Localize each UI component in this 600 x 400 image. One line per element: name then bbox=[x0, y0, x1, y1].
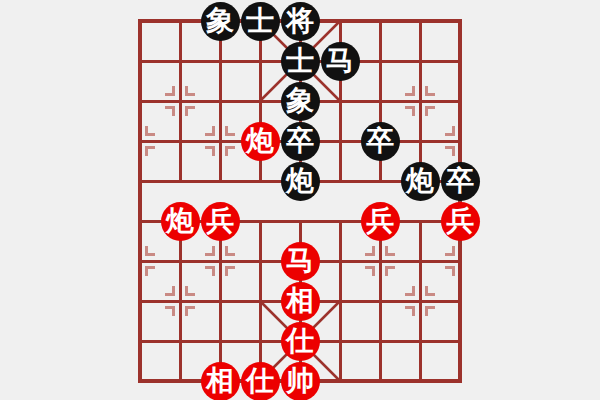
xiangqi-board: 象士将士马象炮卒卒炮炮卒炮兵兵兵马相仕相仕帅 bbox=[0, 0, 600, 400]
file-line bbox=[219, 220, 222, 383]
point-marker bbox=[205, 126, 215, 136]
red-advisor-piece[interactable]: 仕 bbox=[281, 322, 320, 361]
point-marker bbox=[185, 306, 195, 316]
file-line bbox=[138, 19, 142, 383]
black-advisor-piece[interactable]: 士 bbox=[241, 2, 280, 41]
red-cannon-piece[interactable]: 炮 bbox=[241, 122, 280, 161]
red-soldier-piece[interactable]: 兵 bbox=[201, 202, 240, 241]
red-soldier-piece[interactable]: 兵 bbox=[441, 202, 480, 241]
point-marker bbox=[425, 86, 435, 96]
red-cannon-piece[interactable]: 炮 bbox=[161, 202, 200, 241]
black-cannon-piece[interactable]: 炮 bbox=[281, 162, 320, 201]
black-elephant-piece[interactable]: 象 bbox=[281, 82, 320, 121]
point-marker bbox=[145, 146, 155, 156]
point-marker bbox=[365, 266, 375, 276]
point-marker bbox=[405, 86, 415, 96]
file-line bbox=[339, 220, 342, 383]
point-marker bbox=[165, 106, 175, 116]
red-horse-piece[interactable]: 马 bbox=[281, 242, 320, 281]
point-marker bbox=[425, 286, 435, 296]
file-line bbox=[419, 20, 422, 183]
point-marker bbox=[365, 246, 375, 256]
red-elephant-piece[interactable]: 相 bbox=[201, 362, 240, 400]
black-soldier-piece[interactable]: 卒 bbox=[441, 162, 480, 201]
file-line bbox=[379, 220, 382, 383]
red-general-piece[interactable]: 帅 bbox=[281, 362, 320, 400]
file-line bbox=[179, 220, 182, 383]
file-line bbox=[419, 220, 422, 383]
point-marker bbox=[445, 246, 455, 256]
black-advisor-piece[interactable]: 士 bbox=[281, 42, 320, 81]
black-horse-piece[interactable]: 马 bbox=[321, 42, 360, 81]
point-marker bbox=[165, 286, 175, 296]
point-marker bbox=[185, 286, 195, 296]
file-line bbox=[219, 20, 222, 183]
point-marker bbox=[225, 246, 235, 256]
point-marker bbox=[145, 246, 155, 256]
point-marker bbox=[165, 306, 175, 316]
point-marker bbox=[405, 286, 415, 296]
red-elephant-piece[interactable]: 相 bbox=[281, 282, 320, 321]
point-marker bbox=[185, 106, 195, 116]
point-marker bbox=[205, 246, 215, 256]
point-marker bbox=[145, 266, 155, 276]
point-marker bbox=[385, 266, 395, 276]
red-soldier-piece[interactable]: 兵 bbox=[361, 202, 400, 241]
point-marker bbox=[165, 86, 175, 96]
point-marker bbox=[445, 146, 455, 156]
point-marker bbox=[145, 126, 155, 136]
point-marker bbox=[225, 146, 235, 156]
point-marker bbox=[425, 106, 435, 116]
point-marker bbox=[205, 266, 215, 276]
red-advisor-piece[interactable]: 仕 bbox=[241, 362, 280, 400]
black-soldier-piece[interactable]: 卒 bbox=[361, 122, 400, 161]
point-marker bbox=[445, 126, 455, 136]
point-marker bbox=[225, 266, 235, 276]
point-marker bbox=[185, 86, 195, 96]
file-line bbox=[179, 20, 182, 183]
black-soldier-piece[interactable]: 卒 bbox=[281, 122, 320, 161]
point-marker bbox=[425, 306, 435, 316]
file-line bbox=[259, 220, 262, 383]
point-marker bbox=[205, 146, 215, 156]
black-elephant-piece[interactable]: 象 bbox=[201, 2, 240, 41]
black-cannon-piece[interactable]: 炮 bbox=[401, 162, 440, 201]
point-marker bbox=[385, 246, 395, 256]
point-marker bbox=[445, 266, 455, 276]
black-general-piece[interactable]: 将 bbox=[281, 2, 320, 41]
point-marker bbox=[405, 106, 415, 116]
point-marker bbox=[225, 126, 235, 136]
point-marker bbox=[405, 306, 415, 316]
